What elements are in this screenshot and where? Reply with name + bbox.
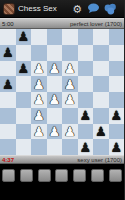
square-d8[interactable] [47,29,63,45]
toolbar-button-4[interactable] [55,169,68,182]
opponent-clock: 5:00 [2,21,14,27]
square-h6[interactable] [109,61,125,77]
white-pawn[interactable]: ♟ [64,124,76,137]
square-b8[interactable]: ♟ [16,29,32,45]
toolbar-button-1[interactable] [2,169,15,182]
white-pawn[interactable]: ♟ [33,77,45,90]
square-e8[interactable] [62,29,78,45]
white-pawn[interactable]: ♟ [33,93,45,106]
square-c6[interactable]: ♟ [31,61,47,77]
toolbar-button-6[interactable] [91,169,104,182]
square-f1[interactable]: ♟ [78,139,94,155]
square-f4[interactable] [78,92,94,108]
square-g3[interactable] [93,108,109,124]
white-pawn[interactable]: ♟ [48,93,60,106]
square-a6[interactable] [0,61,16,77]
black-pawn[interactable]: ♟ [17,30,29,43]
square-a8[interactable] [0,29,16,45]
player-name: sexy user (1700) [77,157,122,163]
square-f2[interactable] [78,124,94,140]
pieces-icon[interactable] [104,3,117,15]
toolbar-button-3[interactable] [38,169,51,182]
square-e4[interactable]: ♟ [62,92,78,108]
square-c8[interactable] [31,29,47,45]
square-b3[interactable] [16,108,32,124]
square-g2[interactable]: ♟ [93,124,109,140]
black-pawn[interactable]: ♟ [95,124,107,137]
app-screen: Chess Sex ⚙ 5:00 perfect lover (1700) ♟♟… [0,0,124,200]
square-g5[interactable] [93,76,109,92]
toolbar-button-5[interactable] [73,169,86,182]
square-d1[interactable] [47,139,63,155]
square-b1[interactable] [16,139,32,155]
square-e7[interactable] [62,45,78,61]
app-icon [3,3,15,15]
chat-bubble-icon[interactable] [87,3,100,14]
white-pawn[interactable]: ♟ [33,124,45,137]
toolbar-button-7[interactable] [109,169,122,182]
square-d7[interactable] [47,45,63,61]
square-f7[interactable] [78,45,94,61]
square-e2[interactable]: ♟ [62,124,78,140]
square-b4[interactable] [16,92,32,108]
square-d5[interactable] [47,76,63,92]
square-h3[interactable]: ♟ [109,108,125,124]
white-pawn[interactable]: ♟ [48,124,60,137]
square-b7[interactable] [16,45,32,61]
square-a1[interactable] [0,139,16,155]
white-pawn[interactable]: ♟ [64,61,76,74]
square-c7[interactable] [31,45,47,61]
chess-board[interactable]: ♟♟♟♟♟♟♟♟♟♟♟♟♟♟♟♟♟♟♟♟♟ [0,29,124,155]
square-f8[interactable] [78,29,94,45]
square-h8[interactable] [109,29,125,45]
white-pawn[interactable]: ♟ [64,93,76,106]
square-c5[interactable]: ♟ [31,76,47,92]
square-g8[interactable] [93,29,109,45]
square-h5[interactable] [109,76,125,92]
white-pawn[interactable]: ♟ [33,109,45,122]
black-pawn[interactable]: ♟ [110,140,122,153]
square-c2[interactable]: ♟ [31,124,47,140]
square-e3[interactable] [62,108,78,124]
square-d6[interactable]: ♟ [47,61,63,77]
square-h4[interactable] [109,92,125,108]
square-a7[interactable]: ♟ [0,45,16,61]
square-c1[interactable] [31,139,47,155]
action-bar: Chess Sex ⚙ [0,0,124,18]
square-b6[interactable]: ♟ [16,61,32,77]
black-pawn[interactable]: ♟ [79,109,91,122]
black-pawn[interactable]: ♟ [110,109,122,122]
square-g1[interactable] [93,139,109,155]
app-title: Chess Sex [18,4,57,13]
square-d3[interactable] [47,108,63,124]
square-a4[interactable] [0,92,16,108]
square-f3[interactable]: ♟ [78,108,94,124]
player-clock: 4:37 [2,157,14,163]
square-b5[interactable] [16,76,32,92]
square-f6[interactable] [78,61,94,77]
square-d2[interactable]: ♟ [47,124,63,140]
square-c3[interactable]: ♟ [31,108,47,124]
bottom-toolbar [0,169,124,182]
square-e1[interactable] [62,139,78,155]
black-pawn[interactable]: ♟ [79,140,91,153]
player-bar: 4:37 sexy user (1700) [0,155,124,164]
square-a2[interactable] [0,124,16,140]
square-e6[interactable]: ♟ [62,61,78,77]
white-pawn[interactable]: ♟ [48,61,60,74]
opponent-bar: 5:00 perfect lover (1700) [0,18,124,29]
black-pawn[interactable]: ♟ [2,77,14,90]
square-a3[interactable] [0,108,16,124]
black-pawn[interactable]: ♟ [2,46,14,59]
black-pawn[interactable]: ♟ [17,61,29,74]
opponent-name: perfect lover (1700) [70,21,122,27]
gear-icon[interactable]: ⚙ [72,0,82,18]
square-g6[interactable] [93,61,109,77]
white-pawn[interactable]: ♟ [64,77,76,90]
square-c4[interactable]: ♟ [31,92,47,108]
square-d4[interactable]: ♟ [47,92,63,108]
square-h1[interactable]: ♟ [109,139,125,155]
square-b2[interactable] [16,124,32,140]
white-pawn[interactable]: ♟ [33,61,45,74]
square-e5[interactable]: ♟ [62,76,78,92]
toolbar-button-2[interactable] [20,169,33,182]
square-a5[interactable]: ♟ [0,76,16,92]
square-g4[interactable] [93,92,109,108]
square-f5[interactable] [78,76,94,92]
square-h7[interactable] [109,45,125,61]
square-g7[interactable] [93,45,109,61]
square-h2[interactable] [109,124,125,140]
